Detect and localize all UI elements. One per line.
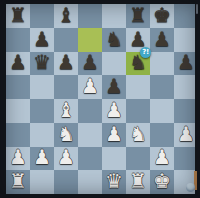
square-f5[interactable] [126,75,150,99]
square-d4[interactable] [78,99,102,123]
square-e3[interactable]: ♟ [102,123,126,147]
square-c6[interactable]: ♟ [54,52,78,76]
white-knight-c3[interactable]: ♞ [57,124,75,144]
square-d6[interactable]: ♟ [78,52,102,76]
square-c4[interactable]: ♝ [54,99,78,123]
white-pawn-a2[interactable]: ♟ [9,147,27,167]
square-b6[interactable]: ♛ [30,52,54,76]
white-king-g1[interactable]: ♚ [153,171,171,191]
square-g6[interactable] [150,52,174,76]
square-e1[interactable]: ♛ [102,170,126,194]
square-e5[interactable]: ♟ [102,75,126,99]
square-g1[interactable]: ♚ [150,170,174,194]
square-c1[interactable] [54,170,78,194]
square-e8[interactable] [102,4,126,28]
app-screen: ♜♝♜♚♟♞♟♟♟♛♟♟♞♟♟♟♝♟♞♟♞♟♟♟♟♟♜♛♜♚ ?! [0,0,200,198]
black-knight-e7[interactable]: ♞ [105,29,123,49]
chess-board[interactable]: ♜♝♜♚♟♞♟♟♟♛♟♟♞♟♟♟♝♟♞♟♞♟♟♟♟♟♜♛♜♚ [6,4,198,194]
black-pawn-b7[interactable]: ♟ [33,29,51,49]
square-b2[interactable]: ♟ [30,147,54,171]
black-king-g8[interactable]: ♚ [153,5,171,25]
white-pawn-d5[interactable]: ♟ [81,76,99,96]
square-c7[interactable] [54,28,78,52]
square-g4[interactable] [150,99,174,123]
square-a8[interactable]: ♜ [6,4,30,28]
square-b3[interactable] [30,123,54,147]
white-rook-a1[interactable]: ♜ [9,171,27,191]
black-pawn-f7[interactable]: ♟ [129,29,147,49]
white-pawn-c2[interactable]: ♟ [57,147,75,167]
square-c2[interactable]: ♟ [54,147,78,171]
white-bishop-c4[interactable]: ♝ [57,100,75,120]
square-c3[interactable]: ♞ [54,123,78,147]
square-b4[interactable] [30,99,54,123]
square-d2[interactable] [78,147,102,171]
square-g3[interactable] [150,123,174,147]
square-c5[interactable] [54,75,78,99]
black-pawn-c6[interactable]: ♟ [57,52,75,72]
square-a1[interactable]: ♜ [6,170,30,194]
white-rook-f1[interactable]: ♜ [129,171,147,191]
square-e2[interactable] [102,147,126,171]
white-knight-f3[interactable]: ♞ [129,124,147,144]
square-g8[interactable]: ♚ [150,4,174,28]
square-d3[interactable] [78,123,102,147]
black-pawn-a6[interactable]: ♟ [9,52,27,72]
white-pawn-e3[interactable]: ♟ [105,124,123,144]
white-pawn-e4[interactable]: ♟ [105,100,123,120]
scrollbar-thumb-fragment [196,4,198,14]
square-g2[interactable]: ♟ [150,147,174,171]
white-pawn-b2[interactable]: ♟ [33,147,51,167]
square-b8[interactable] [30,4,54,28]
square-g5[interactable] [150,75,174,99]
square-a3[interactable] [6,123,30,147]
square-f1[interactable]: ♜ [126,170,150,194]
white-pawn-g2[interactable]: ♟ [153,147,171,167]
square-e7[interactable]: ♞ [102,28,126,52]
square-a7[interactable] [6,28,30,52]
square-e6[interactable] [102,52,126,76]
black-pawn-g7[interactable]: ♟ [153,29,171,49]
square-a4[interactable] [6,99,30,123]
square-f3[interactable]: ♞ [126,123,150,147]
white-queen-e1[interactable]: ♛ [105,171,123,191]
white-pawn-h3[interactable]: ♟ [177,124,195,144]
square-a2[interactable]: ♟ [6,147,30,171]
square-a5[interactable] [6,75,30,99]
square-g7[interactable]: ♟ [150,28,174,52]
square-c8[interactable]: ♝ [54,4,78,28]
square-d8[interactable] [78,4,102,28]
right-border [195,0,200,198]
black-pawn-e5[interactable]: ♟ [105,76,123,96]
square-f2[interactable] [126,147,150,171]
black-rook-a8[interactable]: ♜ [9,5,27,25]
square-d5[interactable]: ♟ [78,75,102,99]
black-pawn-d6[interactable]: ♟ [81,52,99,72]
square-d1[interactable] [78,170,102,194]
black-bishop-c8[interactable]: ♝ [57,5,75,25]
square-b7[interactable]: ♟ [30,28,54,52]
square-a6[interactable]: ♟ [6,52,30,76]
square-d7[interactable] [78,28,102,52]
square-f4[interactable] [126,99,150,123]
black-rook-f8[interactable]: ♜ [129,5,147,25]
square-f8[interactable]: ♜ [126,4,150,28]
black-pawn-h6[interactable]: ♟ [177,52,195,72]
square-b1[interactable] [30,170,54,194]
black-queen-b6[interactable]: ♛ [33,52,51,72]
square-e4[interactable]: ♟ [102,99,126,123]
square-b5[interactable] [30,75,54,99]
edge-button-fragment[interactable] [186,183,195,192]
move-annotation-badge: ?! [140,47,151,58]
